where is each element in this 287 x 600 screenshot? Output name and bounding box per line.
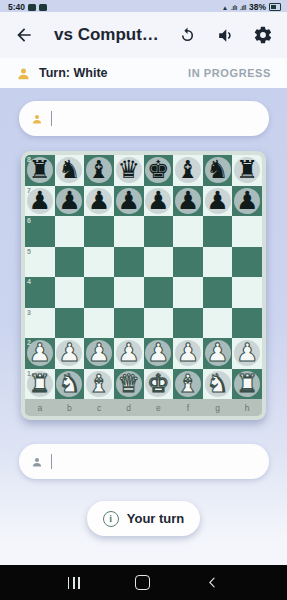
square-c3[interactable] bbox=[84, 308, 114, 339]
file-label: d bbox=[114, 403, 144, 413]
black-pawn-piece[interactable]: ♟ bbox=[177, 186, 199, 216]
square-h3[interactable] bbox=[232, 308, 262, 339]
file-label: b bbox=[55, 403, 85, 413]
square-e6[interactable] bbox=[144, 216, 174, 247]
square-h1[interactable]: ♜ bbox=[232, 369, 262, 400]
square-g6[interactable] bbox=[203, 216, 233, 247]
white-pawn-piece[interactable]: ♟ bbox=[147, 338, 169, 368]
square-d6[interactable] bbox=[114, 216, 144, 247]
square-d7[interactable]: ♟ bbox=[114, 186, 144, 217]
square-c2[interactable]: ♟ bbox=[84, 338, 114, 369]
square-b5[interactable] bbox=[55, 247, 85, 278]
square-c7[interactable]: ♟ bbox=[84, 186, 114, 217]
square-b4[interactable] bbox=[55, 277, 85, 308]
chat-input-bottom[interactable] bbox=[19, 444, 269, 479]
rank-label: 6 bbox=[27, 217, 31, 224]
clock-time: 5:40 bbox=[8, 2, 25, 12]
square-a4[interactable]: 4 bbox=[25, 277, 55, 308]
black-pawn-piece[interactable]: ♟ bbox=[236, 186, 258, 216]
black-king-piece[interactable]: ♚ bbox=[147, 155, 169, 185]
file-label: a bbox=[25, 403, 55, 413]
file-label: g bbox=[203, 403, 233, 413]
black-pawn-piece[interactable]: ♟ bbox=[29, 186, 51, 216]
white-pawn-piece[interactable]: ♟ bbox=[58, 338, 80, 368]
text-cursor bbox=[51, 111, 52, 126]
black-pawn-piece[interactable]: ♟ bbox=[88, 186, 110, 216]
rank-label: 3 bbox=[27, 309, 31, 316]
square-e4[interactable] bbox=[144, 277, 174, 308]
rank-label: 5 bbox=[27, 248, 31, 255]
black-knight-piece[interactable]: ♞ bbox=[206, 155, 228, 185]
square-g3[interactable] bbox=[203, 308, 233, 339]
file-label: c bbox=[84, 403, 114, 413]
turn-bar: Turn: White IN PROGRESS bbox=[0, 58, 287, 88]
text-cursor bbox=[51, 454, 52, 469]
rank-label: 8 bbox=[27, 156, 31, 163]
square-g1[interactable]: ♞ bbox=[203, 369, 233, 400]
square-f2[interactable]: ♟ bbox=[173, 338, 203, 369]
square-a3[interactable]: 3 bbox=[25, 308, 55, 339]
square-a2[interactable]: 2♟ bbox=[25, 338, 55, 369]
square-b3[interactable] bbox=[55, 308, 85, 339]
square-b8[interactable]: ♞ bbox=[55, 155, 85, 186]
square-c1[interactable]: ♝ bbox=[84, 369, 114, 400]
your-turn-button[interactable]: i Your turn bbox=[87, 501, 201, 536]
square-c6[interactable] bbox=[84, 216, 114, 247]
white-knight-piece[interactable]: ♞ bbox=[206, 369, 228, 399]
square-d1[interactable]: ♛ bbox=[114, 369, 144, 400]
white-pawn-piece[interactable]: ♟ bbox=[177, 338, 199, 368]
black-pawn-piece[interactable]: ♟ bbox=[58, 186, 80, 216]
game-content: 8♜♞♝♛♚♝♞♜7♟♟♟♟♟♟♟♟65432♟♟♟♟♟♟♟♟1♜♞♝♛♚♝♞♜… bbox=[0, 88, 287, 565]
white-pawn-piece[interactable]: ♟ bbox=[236, 338, 258, 368]
white-rook-piece[interactable]: ♜ bbox=[29, 369, 51, 399]
rank-label: 1 bbox=[27, 370, 31, 377]
info-icon: i bbox=[103, 511, 119, 527]
square-b6[interactable] bbox=[55, 216, 85, 247]
black-pawn-piece[interactable]: ♟ bbox=[206, 186, 228, 216]
white-bishop-piece[interactable]: ♝ bbox=[177, 369, 199, 399]
black-bishop-piece[interactable]: ♝ bbox=[88, 155, 110, 185]
square-d2[interactable]: ♟ bbox=[114, 338, 144, 369]
square-h7[interactable]: ♟ bbox=[232, 186, 262, 217]
chess-board-frame: 8♜♞♝♛♚♝♞♜7♟♟♟♟♟♟♟♟65432♟♟♟♟♟♟♟♟1♜♞♝♛♚♝♞♜… bbox=[21, 151, 266, 420]
rank-label: 7 bbox=[27, 187, 31, 194]
signal-icon: .ıll bbox=[240, 4, 246, 11]
wifi-icon: ▲ bbox=[222, 4, 228, 11]
square-f7[interactable]: ♟ bbox=[173, 186, 203, 217]
square-a6[interactable]: 6 bbox=[25, 216, 55, 247]
square-c5[interactable] bbox=[84, 247, 114, 278]
battery-percent: 38% bbox=[249, 2, 266, 12]
square-f3[interactable] bbox=[173, 308, 203, 339]
home-icon[interactable] bbox=[135, 575, 150, 590]
chat-input-top[interactable] bbox=[19, 101, 269, 136]
square-h5[interactable] bbox=[232, 247, 262, 278]
white-queen-piece[interactable]: ♛ bbox=[117, 369, 139, 399]
square-f8[interactable]: ♝ bbox=[173, 155, 203, 186]
restart-icon[interactable] bbox=[175, 23, 199, 47]
status-bar: 5:40 ▲ .ılı .ıll 38% bbox=[0, 0, 287, 12]
square-h2[interactable]: ♟ bbox=[232, 338, 262, 369]
black-knight-piece[interactable]: ♞ bbox=[58, 155, 80, 185]
square-a8[interactable]: 8♜ bbox=[25, 155, 55, 186]
square-e5[interactable] bbox=[144, 247, 174, 278]
square-h8[interactable]: ♜ bbox=[232, 155, 262, 186]
square-f4[interactable] bbox=[173, 277, 203, 308]
signal-icon: .ılı bbox=[231, 4, 237, 11]
notification-icon bbox=[39, 4, 47, 11]
file-labels-strip: abcdefgh bbox=[25, 399, 262, 416]
black-rook-piece[interactable]: ♜ bbox=[236, 155, 258, 185]
file-label: f bbox=[173, 403, 203, 413]
white-pawn-piece[interactable]: ♟ bbox=[29, 338, 51, 368]
square-b2[interactable]: ♟ bbox=[55, 338, 85, 369]
square-f6[interactable] bbox=[173, 216, 203, 247]
settings-gear-icon[interactable] bbox=[251, 23, 275, 47]
white-pawn-piece[interactable]: ♟ bbox=[88, 338, 110, 368]
white-king-piece[interactable]: ♚ bbox=[147, 369, 169, 399]
white-bishop-piece[interactable]: ♝ bbox=[88, 369, 110, 399]
notification-icon bbox=[28, 4, 36, 11]
square-b7[interactable]: ♟ bbox=[55, 186, 85, 217]
white-rook-piece[interactable]: ♜ bbox=[236, 369, 258, 399]
file-label: h bbox=[232, 403, 262, 413]
rank-label: 4 bbox=[27, 278, 31, 285]
square-g2[interactable]: ♟ bbox=[203, 338, 233, 369]
square-e3[interactable] bbox=[144, 308, 174, 339]
square-e1[interactable]: ♚ bbox=[144, 369, 174, 400]
file-label: e bbox=[144, 403, 174, 413]
square-g8[interactable]: ♞ bbox=[203, 155, 233, 186]
square-h4[interactable] bbox=[232, 277, 262, 308]
person-icon bbox=[31, 113, 43, 125]
white-pawn-piece[interactable]: ♟ bbox=[206, 338, 228, 368]
back-arrow-icon[interactable] bbox=[12, 23, 36, 47]
square-g7[interactable]: ♟ bbox=[203, 186, 233, 217]
page-title: vs Comput… bbox=[54, 25, 161, 45]
square-d4[interactable] bbox=[114, 277, 144, 308]
app-header: vs Comput… bbox=[0, 12, 287, 58]
white-knight-piece[interactable]: ♞ bbox=[58, 369, 80, 399]
square-e2[interactable]: ♟ bbox=[144, 338, 174, 369]
rank-label: 2 bbox=[27, 339, 31, 346]
square-h6[interactable] bbox=[232, 216, 262, 247]
square-c8[interactable]: ♝ bbox=[84, 155, 114, 186]
square-a7[interactable]: 7♟ bbox=[25, 186, 55, 217]
square-a1[interactable]: 1♜ bbox=[25, 369, 55, 400]
square-e8[interactable]: ♚ bbox=[144, 155, 174, 186]
person-icon bbox=[16, 66, 31, 81]
android-nav-bar bbox=[0, 565, 287, 600]
person-icon bbox=[31, 456, 43, 468]
black-bishop-piece[interactable]: ♝ bbox=[177, 155, 199, 185]
turn-label: Turn: White bbox=[39, 66, 108, 80]
battery-icon bbox=[269, 3, 281, 11]
square-f1[interactable]: ♝ bbox=[173, 369, 203, 400]
black-pawn-piece[interactable]: ♟ bbox=[147, 186, 169, 216]
black-rook-piece[interactable]: ♜ bbox=[29, 155, 51, 185]
square-a5[interactable]: 5 bbox=[25, 247, 55, 278]
game-status-badge: IN PROGRESS bbox=[188, 67, 271, 79]
white-pawn-piece[interactable]: ♟ bbox=[117, 338, 139, 368]
your-turn-label: Your turn bbox=[127, 511, 185, 526]
recents-icon[interactable] bbox=[68, 577, 80, 589]
square-b1[interactable]: ♞ bbox=[55, 369, 85, 400]
black-queen-piece[interactable]: ♛ bbox=[117, 155, 139, 185]
back-icon[interactable] bbox=[206, 576, 219, 589]
square-d3[interactable] bbox=[114, 308, 144, 339]
square-d5[interactable] bbox=[114, 247, 144, 278]
chess-board: 8♜♞♝♛♚♝♞♜7♟♟♟♟♟♟♟♟65432♟♟♟♟♟♟♟♟1♜♞♝♛♚♝♞♜ bbox=[25, 155, 262, 399]
square-d8[interactable]: ♛ bbox=[114, 155, 144, 186]
square-f5[interactable] bbox=[173, 247, 203, 278]
square-g4[interactable] bbox=[203, 277, 233, 308]
black-pawn-piece[interactable]: ♟ bbox=[117, 186, 139, 216]
square-c4[interactable] bbox=[84, 277, 114, 308]
sound-on-icon[interactable] bbox=[213, 23, 237, 47]
phone-screen: 5:40 ▲ .ılı .ıll 38% vs Comput… Turn: W bbox=[0, 0, 287, 600]
square-e7[interactable]: ♟ bbox=[144, 186, 174, 217]
square-g5[interactable] bbox=[203, 247, 233, 278]
